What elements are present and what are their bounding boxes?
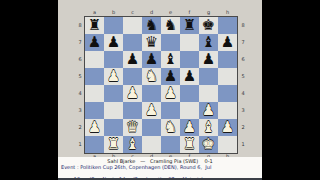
- white-pawn: ♟: [123, 85, 142, 102]
- black-rook: ♜: [180, 17, 199, 34]
- black-pawn: ♟: [161, 68, 180, 85]
- square-g7: ♝: [199, 34, 218, 51]
- white-pawn: ♟: [85, 119, 104, 136]
- black-pawn: ♟: [142, 51, 161, 68]
- square-f4: [180, 85, 199, 102]
- left-letterbox-bar: [0, 0, 58, 180]
- square-a7: ♟: [85, 34, 104, 51]
- square-f3: [180, 102, 199, 119]
- chess-board: ♜♞♞♜♚♟♟♛♝♟♟♟♝♟♟♞♟♟♟♟♟♟♟♛♞♟♝♟♜♝♜♚: [84, 16, 238, 154]
- square-f8: ♜: [180, 17, 199, 34]
- square-d3: ♟: [142, 102, 161, 119]
- white-pawn: ♟: [180, 119, 199, 136]
- rank-label-8: 8: [240, 17, 246, 34]
- square-d6: ♟: [142, 51, 161, 68]
- rank-label-1: 1: [240, 136, 246, 153]
- square-f1: ♜: [180, 136, 199, 153]
- file-label-c: c: [123, 10, 142, 15]
- square-c2: ♛: [123, 119, 142, 136]
- white-rook: ♜: [180, 136, 199, 153]
- square-d7: ♛: [142, 34, 161, 51]
- square-f7: [180, 34, 199, 51]
- square-g1: ♚: [199, 136, 218, 153]
- file-label-a: a: [85, 10, 104, 15]
- rank-label-3: 3: [77, 102, 83, 119]
- square-c8: [123, 17, 142, 34]
- caption-bottom-divider: [58, 178, 262, 180]
- file-label-d: d: [142, 10, 161, 15]
- rank-label-2: 2: [240, 119, 246, 136]
- square-e3: [161, 102, 180, 119]
- file-labels-top: abcdefgh: [85, 10, 237, 15]
- square-c5: [123, 68, 142, 85]
- file-label-f: f: [180, 10, 199, 15]
- white-pawn: ♟: [199, 102, 218, 119]
- square-e7: [161, 34, 180, 51]
- video-frame: abcdefgh 87654321 ♜♞♞♜♚♟♟♛♝♟♟♟♝♟♟♞♟♟♟♟♟♟…: [0, 0, 320, 180]
- black-knight: ♞: [142, 17, 161, 34]
- black-pawn: ♟: [199, 51, 218, 68]
- square-b6: [104, 51, 123, 68]
- white-bishop: ♝: [123, 136, 142, 153]
- square-c1: ♝: [123, 136, 142, 153]
- square-a1: [85, 136, 104, 153]
- black-queen: ♛: [142, 34, 161, 51]
- square-b7: ♟: [104, 34, 123, 51]
- black-pawn: ♟: [218, 34, 237, 51]
- square-a4: [85, 85, 104, 102]
- square-e2: ♞: [161, 119, 180, 136]
- white-knight: ♞: [142, 68, 161, 85]
- black-knight: ♞: [161, 17, 180, 34]
- square-b4: [104, 85, 123, 102]
- white-pawn: ♟: [142, 102, 161, 119]
- square-a6: [85, 51, 104, 68]
- rank-label-6: 6: [240, 51, 246, 68]
- square-d1: [142, 136, 161, 153]
- square-a2: ♟: [85, 119, 104, 136]
- white-queen: ♛: [123, 119, 142, 136]
- square-e1: [161, 136, 180, 153]
- white-bishop: ♝: [199, 119, 218, 136]
- square-b8: [104, 17, 123, 34]
- square-b2: [104, 119, 123, 136]
- file-label-g: g: [199, 10, 218, 15]
- square-g3: ♟: [199, 102, 218, 119]
- white-pawn: ♟: [161, 85, 180, 102]
- rank-labels-right: 87654321: [240, 17, 246, 153]
- square-f5: ♟: [180, 68, 199, 85]
- rank-label-1: 1: [77, 136, 83, 153]
- white-pawn: ♟: [218, 119, 237, 136]
- square-a5: [85, 68, 104, 85]
- rank-labels-left: 87654321: [77, 17, 83, 153]
- black-pawn: ♟: [104, 34, 123, 51]
- black-pawn: ♟: [85, 34, 104, 51]
- black-bishop: ♝: [199, 34, 218, 51]
- rank-label-7: 7: [240, 34, 246, 51]
- square-h2: ♟: [218, 119, 237, 136]
- rank-label-8: 8: [77, 17, 83, 34]
- rank-label-6: 6: [77, 51, 83, 68]
- rank-label-2: 2: [77, 119, 83, 136]
- file-label-b: b: [104, 10, 123, 15]
- square-c4: ♟: [123, 85, 142, 102]
- white-pawn: ♟: [104, 68, 123, 85]
- square-h1: [218, 136, 237, 153]
- square-h5: [218, 68, 237, 85]
- square-d8: ♞: [142, 17, 161, 34]
- square-f2: ♟: [180, 119, 199, 136]
- square-h3: [218, 102, 237, 119]
- black-pawn: ♟: [123, 51, 142, 68]
- square-c7: [123, 34, 142, 51]
- white-knight: ♞: [161, 119, 180, 136]
- file-label-e: e: [161, 10, 180, 15]
- square-g8: ♚: [199, 17, 218, 34]
- square-b5: ♟: [104, 68, 123, 85]
- chess-panel: abcdefgh 87654321 ♜♞♞♜♚♟♟♛♝♟♟♟♝♟♟♞♟♟♟♟♟♟…: [58, 0, 262, 180]
- square-h7: ♟: [218, 34, 237, 51]
- square-g2: ♝: [199, 119, 218, 136]
- square-a3: [85, 102, 104, 119]
- rank-label-3: 3: [240, 102, 246, 119]
- rank-label-5: 5: [77, 68, 83, 85]
- rank-label-7: 7: [77, 34, 83, 51]
- rank-label-4: 4: [240, 85, 246, 102]
- black-pawn: ♟: [180, 68, 199, 85]
- square-h8: [218, 17, 237, 34]
- square-g6: ♟: [199, 51, 218, 68]
- rank-label-4: 4: [77, 85, 83, 102]
- black-rook: ♜: [85, 17, 104, 34]
- right-letterbox-bar: [262, 0, 320, 180]
- file-label-h: h: [218, 10, 237, 15]
- square-a8: ♜: [85, 17, 104, 34]
- square-e6: ♝: [161, 51, 180, 68]
- square-e4: ♟: [161, 85, 180, 102]
- square-e8: ♞: [161, 17, 180, 34]
- white-rook: ♜: [104, 136, 123, 153]
- square-b1: ♜: [104, 136, 123, 153]
- black-bishop: ♝: [161, 51, 180, 68]
- square-g4: [199, 85, 218, 102]
- square-d4: [142, 85, 161, 102]
- square-h6: [218, 51, 237, 68]
- rank-label-5: 5: [240, 68, 246, 85]
- square-h4: [218, 85, 237, 102]
- square-f6: [180, 51, 199, 68]
- game-caption: Sahl Bjarke — Cramling Pia (SWE) 0-1 Eve…: [58, 157, 262, 178]
- square-e5: ♟: [161, 68, 180, 85]
- square-c3: [123, 102, 142, 119]
- white-king: ♚: [199, 136, 218, 153]
- square-d5: ♞: [142, 68, 161, 85]
- square-c6: ♟: [123, 51, 142, 68]
- square-b3: [104, 102, 123, 119]
- square-g5: [199, 68, 218, 85]
- square-d2: [142, 119, 161, 136]
- black-king: ♚: [199, 17, 218, 34]
